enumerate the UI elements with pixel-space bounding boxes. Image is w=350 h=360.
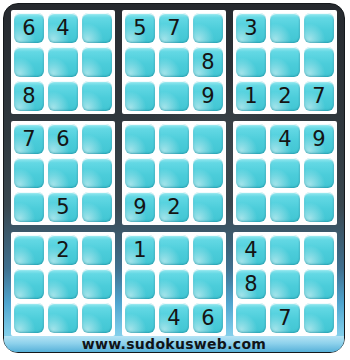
cell-r4c8[interactable]: 4 xyxy=(270,124,300,154)
cell-r2c5[interactable] xyxy=(159,47,189,77)
cell-r3c8[interactable]: 2 xyxy=(270,81,300,111)
cell-r1c2[interactable]: 4 xyxy=(48,13,78,43)
cell-r5c4[interactable] xyxy=(125,158,155,188)
cell-r2c9[interactable] xyxy=(304,47,334,77)
cell-r2c4[interactable] xyxy=(125,47,155,77)
cell-r8c4[interactable] xyxy=(125,269,155,299)
cell-r8c2[interactable] xyxy=(48,269,78,299)
cell-r2c7[interactable] xyxy=(236,47,266,77)
cell-r8c3[interactable] xyxy=(82,269,112,299)
cell-r6c7[interactable] xyxy=(236,192,266,222)
sudoku-widget: 6485789312776592492146487 www.sudokusweb… xyxy=(0,0,350,360)
cell-r1c6[interactable] xyxy=(193,13,223,43)
block-3-3: 487 xyxy=(233,232,337,336)
cell-r5c9[interactable] xyxy=(304,158,334,188)
cell-r3c7[interactable]: 1 xyxy=(236,81,266,111)
cell-r3c9[interactable]: 7 xyxy=(304,81,334,111)
cell-r8c8[interactable] xyxy=(270,269,300,299)
cell-r3c5[interactable] xyxy=(159,81,189,111)
cell-r4c2[interactable]: 6 xyxy=(48,124,78,154)
cell-r3c1[interactable]: 8 xyxy=(14,81,44,111)
cell-r6c9[interactable] xyxy=(304,192,334,222)
cell-r9c2[interactable] xyxy=(48,303,78,333)
cell-r9c1[interactable] xyxy=(14,303,44,333)
cell-r9c6[interactable]: 6 xyxy=(193,303,223,333)
cell-r7c4[interactable]: 1 xyxy=(125,235,155,265)
block-2-3: 49 xyxy=(233,121,337,225)
cell-r8c5[interactable] xyxy=(159,269,189,299)
cell-r3c3[interactable] xyxy=(82,81,112,111)
cell-r1c7[interactable]: 3 xyxy=(236,13,266,43)
cell-r3c6[interactable]: 9 xyxy=(193,81,223,111)
cell-r9c9[interactable] xyxy=(304,303,334,333)
cell-r5c6[interactable] xyxy=(193,158,223,188)
cell-r1c1[interactable]: 6 xyxy=(14,13,44,43)
cell-r7c2[interactable]: 2 xyxy=(48,235,78,265)
cell-r7c9[interactable] xyxy=(304,235,334,265)
cell-r1c4[interactable]: 5 xyxy=(125,13,155,43)
cell-r4c3[interactable] xyxy=(82,124,112,154)
cell-r1c8[interactable] xyxy=(270,13,300,43)
board-frame: 6485789312776592492146487 www.sudokusweb… xyxy=(3,3,345,353)
cell-r6c5[interactable]: 2 xyxy=(159,192,189,222)
cell-r9c4[interactable] xyxy=(125,303,155,333)
cell-r8c1[interactable] xyxy=(14,269,44,299)
cell-r5c7[interactable] xyxy=(236,158,266,188)
cell-r5c1[interactable] xyxy=(14,158,44,188)
cell-r3c4[interactable] xyxy=(125,81,155,111)
cell-r7c1[interactable] xyxy=(14,235,44,265)
cell-r7c8[interactable] xyxy=(270,235,300,265)
block-1-1: 648 xyxy=(11,10,115,114)
cell-r6c4[interactable]: 9 xyxy=(125,192,155,222)
cell-r7c7[interactable]: 4 xyxy=(236,235,266,265)
cell-r2c2[interactable] xyxy=(48,47,78,77)
cell-r4c9[interactable]: 9 xyxy=(304,124,334,154)
cell-r9c5[interactable]: 4 xyxy=(159,303,189,333)
cell-r2c1[interactable] xyxy=(14,47,44,77)
cell-r2c6[interactable]: 8 xyxy=(193,47,223,77)
cell-r4c6[interactable] xyxy=(193,124,223,154)
cell-r5c2[interactable] xyxy=(48,158,78,188)
cell-r4c4[interactable] xyxy=(125,124,155,154)
block-2-2: 92 xyxy=(122,121,226,225)
cell-r8c7[interactable]: 8 xyxy=(236,269,266,299)
footer-bar: www.sudokusweb.com xyxy=(4,336,344,352)
cell-r7c3[interactable] xyxy=(82,235,112,265)
cell-r6c3[interactable] xyxy=(82,192,112,222)
site-url: www.sudokusweb.com xyxy=(82,336,266,352)
cell-r5c8[interactable] xyxy=(270,158,300,188)
cell-r6c2[interactable]: 5 xyxy=(48,192,78,222)
cell-r9c8[interactable]: 7 xyxy=(270,303,300,333)
cell-r4c7[interactable] xyxy=(236,124,266,154)
cell-r9c7[interactable] xyxy=(236,303,266,333)
cell-r5c3[interactable] xyxy=(82,158,112,188)
cell-r6c8[interactable] xyxy=(270,192,300,222)
block-3-1: 2 xyxy=(11,232,115,336)
cell-r7c5[interactable] xyxy=(159,235,189,265)
cell-r5c5[interactable] xyxy=(159,158,189,188)
cell-r7c6[interactable] xyxy=(193,235,223,265)
cell-r2c3[interactable] xyxy=(82,47,112,77)
cell-r3c2[interactable] xyxy=(48,81,78,111)
block-3-2: 146 xyxy=(122,232,226,336)
cell-r1c5[interactable]: 7 xyxy=(159,13,189,43)
cell-r8c9[interactable] xyxy=(304,269,334,299)
cell-r6c6[interactable] xyxy=(193,192,223,222)
cell-r2c8[interactable] xyxy=(270,47,300,77)
cell-r6c1[interactable] xyxy=(14,192,44,222)
cell-r9c3[interactable] xyxy=(82,303,112,333)
block-1-3: 3127 xyxy=(233,10,337,114)
cell-r4c1[interactable]: 7 xyxy=(14,124,44,154)
cell-r8c6[interactable] xyxy=(193,269,223,299)
cell-r4c5[interactable] xyxy=(159,124,189,154)
block-2-1: 765 xyxy=(11,121,115,225)
cell-r1c9[interactable] xyxy=(304,13,334,43)
cell-r1c3[interactable] xyxy=(82,13,112,43)
block-1-2: 5789 xyxy=(122,10,226,114)
sudoku-board: 6485789312776592492146487 xyxy=(11,10,337,336)
